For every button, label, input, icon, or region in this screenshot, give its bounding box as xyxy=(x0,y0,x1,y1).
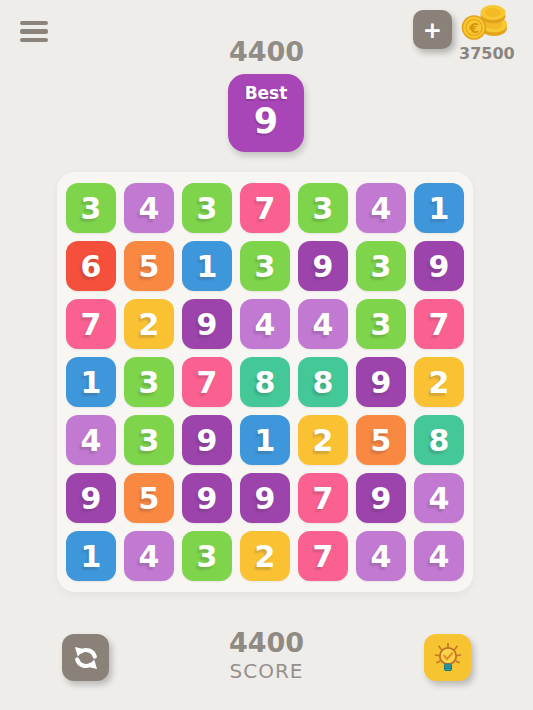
tile-r2c4[interactable]: 3 xyxy=(240,241,290,291)
tile-r5c3[interactable]: 9 xyxy=(182,415,232,465)
hamburger-bar xyxy=(20,29,48,33)
tile-r1c7[interactable]: 1 xyxy=(414,183,464,233)
tile-r6c7[interactable]: 4 xyxy=(414,473,464,523)
tile-r6c5[interactable]: 7 xyxy=(298,473,348,523)
tile-r3c5[interactable]: 4 xyxy=(298,299,348,349)
tile-r2c1[interactable]: 6 xyxy=(66,241,116,291)
tile-r1c1[interactable]: 3 xyxy=(66,183,116,233)
tile-r5c2[interactable]: 3 xyxy=(124,415,174,465)
tile-r1c4[interactable]: 7 xyxy=(240,183,290,233)
tile-r5c5[interactable]: 2 xyxy=(298,415,348,465)
tile-r6c1[interactable]: 9 xyxy=(66,473,116,523)
tile-r5c6[interactable]: 5 xyxy=(356,415,406,465)
tile-grid: 3437341651393972944371378892439125895997… xyxy=(66,183,464,581)
tile-r5c1[interactable]: 4 xyxy=(66,415,116,465)
best-tile-badge: Best 9 xyxy=(228,74,304,152)
tile-r5c7[interactable]: 8 xyxy=(414,415,464,465)
tile-r2c2[interactable]: 5 xyxy=(124,241,174,291)
tile-r3c3[interactable]: 9 xyxy=(182,299,232,349)
tile-r6c2[interactable]: 5 xyxy=(124,473,174,523)
tile-r3c4[interactable]: 4 xyxy=(240,299,290,349)
tile-r6c3[interactable]: 9 xyxy=(182,473,232,523)
tile-r4c2[interactable]: 3 xyxy=(124,357,174,407)
coin-count: 37500 xyxy=(459,44,513,63)
tile-r4c6[interactable]: 9 xyxy=(356,357,406,407)
coin-counter[interactable]: € 37500 xyxy=(459,4,513,63)
hint-button[interactable] xyxy=(424,634,471,681)
tile-r2c3[interactable]: 1 xyxy=(182,241,232,291)
plus-icon: + xyxy=(423,17,442,43)
best-label: Best xyxy=(245,83,288,103)
tile-r7c5[interactable]: 7 xyxy=(298,531,348,581)
tile-r3c2[interactable]: 2 xyxy=(124,299,174,349)
tile-r7c3[interactable]: 3 xyxy=(182,531,232,581)
tile-r2c7[interactable]: 9 xyxy=(414,241,464,291)
tile-r7c2[interactable]: 4 xyxy=(124,531,174,581)
tile-r2c5[interactable]: 9 xyxy=(298,241,348,291)
tile-r7c6[interactable]: 4 xyxy=(356,531,406,581)
tile-r4c7[interactable]: 2 xyxy=(414,357,464,407)
tile-r1c2[interactable]: 4 xyxy=(124,183,174,233)
tile-r4c4[interactable]: 8 xyxy=(240,357,290,407)
tile-r3c6[interactable]: 3 xyxy=(356,299,406,349)
tile-r5c4[interactable]: 1 xyxy=(240,415,290,465)
hamburger-bar xyxy=(20,21,48,25)
tile-r3c7[interactable]: 7 xyxy=(414,299,464,349)
best-value: 9 xyxy=(254,103,278,139)
tile-r6c4[interactable]: 9 xyxy=(240,473,290,523)
tile-r4c5[interactable]: 8 xyxy=(298,357,348,407)
lightbulb-icon xyxy=(432,642,464,674)
tile-r7c1[interactable]: 1 xyxy=(66,531,116,581)
tile-r3c1[interactable]: 7 xyxy=(66,299,116,349)
tile-r7c7[interactable]: 4 xyxy=(414,531,464,581)
tile-r4c3[interactable]: 7 xyxy=(182,357,232,407)
tile-r2c6[interactable]: 3 xyxy=(356,241,406,291)
gold-coins-icon: € xyxy=(460,4,512,42)
tile-r7c4[interactable]: 2 xyxy=(240,531,290,581)
current-score-top: 4400 xyxy=(0,36,533,67)
tile-r6c6[interactable]: 9 xyxy=(356,473,406,523)
tile-r1c6[interactable]: 4 xyxy=(356,183,406,233)
svg-text:€: € xyxy=(468,20,479,36)
tile-r4c1[interactable]: 1 xyxy=(66,357,116,407)
game-screen: 4400 Best 9 + € 37500 343734165139397294… xyxy=(0,0,533,710)
tile-r1c3[interactable]: 3 xyxy=(182,183,232,233)
tile-r1c5[interactable]: 3 xyxy=(298,183,348,233)
add-coins-button[interactable]: + xyxy=(413,10,452,49)
game-board: 3437341651393972944371378892439125895997… xyxy=(57,172,473,592)
